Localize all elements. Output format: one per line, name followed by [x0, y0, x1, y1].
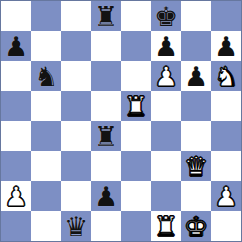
- square-g1[interactable]: ♚: [181, 211, 211, 241]
- piece-white-pawn[interactable]: ♟: [4, 183, 28, 210]
- square-e1[interactable]: [121, 211, 151, 241]
- square-b2[interactable]: [31, 181, 61, 211]
- piece-black-pawn[interactable]: ♟: [4, 33, 28, 60]
- square-b5[interactable]: [31, 91, 61, 121]
- square-b8[interactable]: [31, 1, 61, 31]
- square-h7[interactable]: ♟: [211, 31, 241, 61]
- piece-black-pawn[interactable]: ♟: [184, 63, 208, 90]
- square-d2[interactable]: ♟: [91, 181, 121, 211]
- square-f8[interactable]: ♚: [151, 1, 181, 31]
- square-b1[interactable]: [31, 211, 61, 241]
- square-f3[interactable]: [151, 151, 181, 181]
- square-d3[interactable]: [91, 151, 121, 181]
- square-g4[interactable]: [181, 121, 211, 151]
- square-g5[interactable]: [181, 91, 211, 121]
- square-h1[interactable]: [211, 211, 241, 241]
- piece-white-pawn[interactable]: ♟: [154, 63, 178, 90]
- square-h2[interactable]: ♟: [211, 181, 241, 211]
- piece-white-rook[interactable]: ♜: [124, 93, 148, 120]
- piece-black-pawn[interactable]: ♟: [214, 33, 238, 60]
- square-g3[interactable]: ♛: [181, 151, 211, 181]
- square-f2[interactable]: [151, 181, 181, 211]
- square-c1[interactable]: ♛: [61, 211, 91, 241]
- piece-black-pawn[interactable]: ♟: [94, 183, 118, 210]
- square-c3[interactable]: [61, 151, 91, 181]
- square-b4[interactable]: [31, 121, 61, 151]
- square-d8[interactable]: ♜: [91, 1, 121, 31]
- square-h6[interactable]: ♞: [211, 61, 241, 91]
- square-d1[interactable]: [91, 211, 121, 241]
- square-e4[interactable]: [121, 121, 151, 151]
- square-d4[interactable]: ♜: [91, 121, 121, 151]
- piece-black-queen[interactable]: ♛: [64, 213, 88, 240]
- square-h4[interactable]: [211, 121, 241, 151]
- square-a1[interactable]: [1, 211, 31, 241]
- square-a8[interactable]: [1, 1, 31, 31]
- square-h5[interactable]: [211, 91, 241, 121]
- square-g2[interactable]: [181, 181, 211, 211]
- square-c6[interactable]: [61, 61, 91, 91]
- square-f1[interactable]: ♜: [151, 211, 181, 241]
- square-a2[interactable]: ♟: [1, 181, 31, 211]
- square-g8[interactable]: [181, 1, 211, 31]
- square-e7[interactable]: [121, 31, 151, 61]
- square-a5[interactable]: [1, 91, 31, 121]
- square-f6[interactable]: ♟: [151, 61, 181, 91]
- square-d6[interactable]: [91, 61, 121, 91]
- square-g7[interactable]: [181, 31, 211, 61]
- square-c2[interactable]: [61, 181, 91, 211]
- square-h3[interactable]: [211, 151, 241, 181]
- chess-board: ♜♚♟♟♟♞♟♟♞♜♜♛♟♟♟♛♜♚: [0, 0, 242, 242]
- square-c7[interactable]: [61, 31, 91, 61]
- piece-white-rook[interactable]: ♜: [154, 213, 178, 240]
- square-a6[interactable]: [1, 61, 31, 91]
- piece-white-knight[interactable]: ♞: [214, 63, 238, 90]
- square-b3[interactable]: [31, 151, 61, 181]
- square-f7[interactable]: ♟: [151, 31, 181, 61]
- square-b6[interactable]: ♞: [31, 61, 61, 91]
- square-g6[interactable]: ♟: [181, 61, 211, 91]
- square-d5[interactable]: [91, 91, 121, 121]
- square-e8[interactable]: [121, 1, 151, 31]
- piece-black-rook[interactable]: ♜: [94, 3, 118, 30]
- piece-white-queen[interactable]: ♛: [184, 153, 208, 180]
- square-a7[interactable]: ♟: [1, 31, 31, 61]
- square-e6[interactable]: [121, 61, 151, 91]
- piece-black-king[interactable]: ♚: [154, 3, 178, 30]
- square-f5[interactable]: [151, 91, 181, 121]
- square-c4[interactable]: [61, 121, 91, 151]
- square-e3[interactable]: [121, 151, 151, 181]
- square-c8[interactable]: [61, 1, 91, 31]
- square-b7[interactable]: [31, 31, 61, 61]
- square-a4[interactable]: [1, 121, 31, 151]
- square-h8[interactable]: [211, 1, 241, 31]
- square-a3[interactable]: [1, 151, 31, 181]
- piece-black-rook[interactable]: ♜: [94, 123, 118, 150]
- piece-white-pawn[interactable]: ♟: [214, 183, 238, 210]
- square-f4[interactable]: [151, 121, 181, 151]
- square-d7[interactable]: [91, 31, 121, 61]
- piece-white-king[interactable]: ♚: [184, 213, 208, 240]
- square-c5[interactable]: [61, 91, 91, 121]
- square-e2[interactable]: [121, 181, 151, 211]
- piece-black-pawn[interactable]: ♟: [154, 33, 178, 60]
- piece-black-knight[interactable]: ♞: [34, 63, 58, 90]
- square-e5[interactable]: ♜: [121, 91, 151, 121]
